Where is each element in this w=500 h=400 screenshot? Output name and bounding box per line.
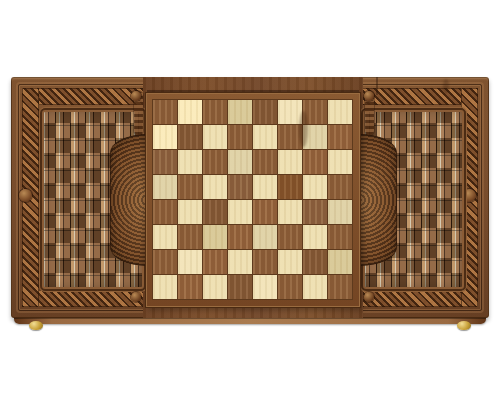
board-square[interactable]: [278, 225, 302, 249]
board-square[interactable]: [253, 100, 277, 124]
board-square[interactable]: [303, 175, 327, 199]
board-square[interactable]: [178, 250, 202, 274]
board-square[interactable]: [178, 150, 202, 174]
board-square[interactable]: [153, 275, 177, 299]
board-square[interactable]: [328, 150, 352, 174]
brass-foot-right: [457, 321, 471, 330]
scroll-knob-icon: [364, 292, 374, 302]
board-square[interactable]: [203, 250, 227, 274]
board-square[interactable]: [253, 200, 277, 224]
board-square[interactable]: [303, 125, 327, 149]
board-square[interactable]: [278, 150, 302, 174]
scroll-knob-icon: [131, 292, 141, 302]
board-square[interactable]: [328, 175, 352, 199]
board-square[interactable]: [203, 125, 227, 149]
board-square[interactable]: [228, 175, 252, 199]
board-square[interactable]: [203, 200, 227, 224]
board-square[interactable]: [303, 150, 327, 174]
board-square[interactable]: [203, 150, 227, 174]
board-square[interactable]: [178, 200, 202, 224]
board-square[interactable]: [153, 250, 177, 274]
board-square[interactable]: [153, 200, 177, 224]
board-square[interactable]: [303, 100, 327, 124]
product-photo: [0, 0, 500, 400]
board-square[interactable]: [303, 250, 327, 274]
case-front-edge: [14, 318, 486, 324]
board-square[interactable]: [228, 100, 252, 124]
board-square[interactable]: [178, 275, 202, 299]
board-square[interactable]: [303, 200, 327, 224]
fan-carving-right: [360, 134, 397, 266]
board-square[interactable]: [203, 175, 227, 199]
board-square[interactable]: [228, 125, 252, 149]
board-square[interactable]: [253, 275, 277, 299]
board-square[interactable]: [253, 225, 277, 249]
board-square[interactable]: [278, 250, 302, 274]
board-square[interactable]: [253, 175, 277, 199]
fan-carving-left: [110, 134, 147, 266]
board-square[interactable]: [278, 125, 302, 149]
board-square[interactable]: [228, 275, 252, 299]
board-square[interactable]: [328, 200, 352, 224]
board-square[interactable]: [328, 125, 352, 149]
chess-board: [152, 99, 353, 300]
game-case: [11, 77, 489, 318]
board-square[interactable]: [253, 150, 277, 174]
board-square[interactable]: [278, 100, 302, 124]
board-square[interactable]: [178, 125, 202, 149]
board-square[interactable]: [153, 175, 177, 199]
board-square[interactable]: [228, 150, 252, 174]
board-square[interactable]: [153, 125, 177, 149]
board-square[interactable]: [278, 200, 302, 224]
board-square[interactable]: [328, 100, 352, 124]
board-square[interactable]: [228, 225, 252, 249]
board-square[interactable]: [153, 225, 177, 249]
board-square[interactable]: [153, 100, 177, 124]
board-square[interactable]: [278, 175, 302, 199]
groove-line: [147, 90, 359, 92]
board-square[interactable]: [153, 150, 177, 174]
board-square[interactable]: [203, 225, 227, 249]
board-square[interactable]: [278, 275, 302, 299]
chessboard-panel: [146, 93, 360, 307]
board-square[interactable]: [303, 225, 327, 249]
board-square[interactable]: [203, 275, 227, 299]
board-square[interactable]: [178, 175, 202, 199]
board-square[interactable]: [253, 125, 277, 149]
board-square[interactable]: [228, 200, 252, 224]
board-square[interactable]: [328, 225, 352, 249]
board-square[interactable]: [178, 225, 202, 249]
board-square[interactable]: [253, 250, 277, 274]
scroll-knob-icon: [131, 91, 141, 101]
brass-foot-left: [29, 321, 43, 330]
board-square[interactable]: [203, 100, 227, 124]
round-medallion-left: [19, 189, 32, 202]
board-square[interactable]: [303, 275, 327, 299]
scroll-knob-icon: [364, 91, 374, 101]
board-square[interactable]: [328, 250, 352, 274]
board-square[interactable]: [178, 100, 202, 124]
board-square[interactable]: [328, 275, 352, 299]
board-square[interactable]: [228, 250, 252, 274]
